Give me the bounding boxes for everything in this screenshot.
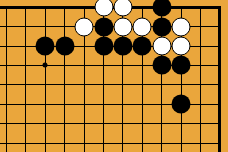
intersection-r5c4[interactable] xyxy=(55,75,74,94)
intersection-r4c6[interactable] xyxy=(94,56,113,75)
intersection-r7c9[interactable] xyxy=(152,114,171,133)
intersection-r1c10[interactable] xyxy=(171,0,190,17)
intersection-r5c5[interactable] xyxy=(74,75,93,94)
go-board-diagram: ○○●○●○○●○●●●●●○○●●● xyxy=(0,0,228,152)
intersection-r7c2[interactable] xyxy=(16,114,35,133)
intersection-r2c12[interactable] xyxy=(210,17,228,36)
intersection-r3c12[interactable] xyxy=(210,36,228,55)
intersection-r2c7[interactable]: ○ xyxy=(113,17,132,36)
intersection-r6c9[interactable] xyxy=(152,95,171,114)
intersection-r8c12[interactable] xyxy=(210,133,228,152)
white-stone: ○ xyxy=(113,0,132,17)
white-stone: ○ xyxy=(152,37,171,56)
intersection-r2c1[interactable] xyxy=(0,17,16,36)
intersection-r2c3[interactable] xyxy=(36,17,55,36)
white-stone: ○ xyxy=(75,17,94,36)
intersection-r5c8[interactable] xyxy=(133,75,152,94)
intersection-r1c4[interactable] xyxy=(55,0,74,17)
intersection-r1c2[interactable] xyxy=(16,0,35,17)
intersection-r1c7[interactable]: ○ xyxy=(113,0,132,17)
intersection-r5c12[interactable] xyxy=(210,75,228,94)
intersection-r8c11[interactable] xyxy=(191,133,210,152)
intersection-r4c1[interactable] xyxy=(0,56,16,75)
intersection-r4c8[interactable] xyxy=(133,56,152,75)
white-stone: ○ xyxy=(94,0,113,17)
intersection-r4c12[interactable] xyxy=(210,56,228,75)
intersection-r7c1[interactable] xyxy=(0,114,16,133)
intersection-r7c11[interactable] xyxy=(191,114,210,133)
intersection-r7c3[interactable] xyxy=(36,114,55,133)
intersection-r7c10[interactable] xyxy=(171,114,190,133)
white-stone: ○ xyxy=(133,17,152,36)
black-stone: ● xyxy=(94,37,113,56)
intersection-r2c9[interactable]: ● xyxy=(152,17,171,36)
intersection-r6c1[interactable] xyxy=(0,95,16,114)
intersection-r1c12[interactable] xyxy=(210,0,228,17)
intersection-r3c7[interactable]: ● xyxy=(113,36,132,55)
intersection-r8c3[interactable] xyxy=(36,133,55,152)
intersection-r3c9[interactable]: ○ xyxy=(152,36,171,55)
intersection-r5c7[interactable] xyxy=(113,75,132,94)
intersection-r3c1[interactable] xyxy=(0,36,16,55)
go-board: ○○●○●○○●○●●●●●○○●●● xyxy=(0,0,228,152)
black-stone: ● xyxy=(55,37,74,56)
intersection-r4c2[interactable] xyxy=(16,56,35,75)
intersection-r3c2[interactable] xyxy=(16,36,35,55)
intersection-r5c6[interactable] xyxy=(94,75,113,94)
black-stone: ● xyxy=(172,56,191,75)
intersection-r4c4[interactable] xyxy=(55,56,74,75)
intersection-r4c11[interactable] xyxy=(191,56,210,75)
white-stone: ○ xyxy=(172,37,191,56)
intersection-r4c9[interactable]: ● xyxy=(152,56,171,75)
intersection-r6c2[interactable] xyxy=(16,95,35,114)
intersection-r7c6[interactable] xyxy=(94,114,113,133)
intersection-r2c6[interactable]: ● xyxy=(94,17,113,36)
intersection-r1c8[interactable] xyxy=(133,0,152,17)
black-stone: ● xyxy=(172,95,191,114)
intersection-r3c8[interactable]: ● xyxy=(133,36,152,55)
intersection-r1c5[interactable] xyxy=(74,0,93,17)
intersection-r7c7[interactable] xyxy=(113,114,132,133)
intersection-r2c4[interactable] xyxy=(55,17,74,36)
intersection-r5c2[interactable] xyxy=(16,75,35,94)
black-stone: ● xyxy=(152,17,171,36)
intersection-r8c8[interactable] xyxy=(133,133,152,152)
intersection-r5c11[interactable] xyxy=(191,75,210,94)
intersection-r8c10[interactable] xyxy=(171,133,190,152)
intersection-r5c9[interactable] xyxy=(152,75,171,94)
intersection-r2c8[interactable]: ○ xyxy=(133,17,152,36)
intersection-r4c3[interactable] xyxy=(36,56,55,75)
intersection-r1c3[interactable] xyxy=(36,0,55,17)
intersection-r1c11[interactable] xyxy=(191,0,210,17)
intersection-r6c3[interactable] xyxy=(36,95,55,114)
intersection-r4c7[interactable] xyxy=(113,56,132,75)
intersection-r7c4[interactable] xyxy=(55,114,74,133)
black-stone: ● xyxy=(36,37,55,56)
intersection-r6c6[interactable] xyxy=(94,95,113,114)
intersection-r6c7[interactable] xyxy=(113,95,132,114)
intersection-r6c12[interactable] xyxy=(210,95,228,114)
intersection-r3c6[interactable]: ● xyxy=(94,36,113,55)
black-stone: ● xyxy=(94,17,113,36)
intersection-r5c3[interactable] xyxy=(36,75,55,94)
intersection-r6c11[interactable] xyxy=(191,95,210,114)
intersection-r6c10[interactable]: ● xyxy=(171,95,190,114)
intersection-r3c5[interactable] xyxy=(74,36,93,55)
intersection-r7c12[interactable] xyxy=(210,114,228,133)
intersection-r6c5[interactable] xyxy=(74,95,93,114)
intersection-r8c2[interactable] xyxy=(16,133,35,152)
black-stone: ● xyxy=(152,0,171,17)
intersection-r4c5[interactable] xyxy=(74,56,93,75)
intersection-r2c2[interactable] xyxy=(16,17,35,36)
intersection-r2c11[interactable] xyxy=(191,17,210,36)
intersection-r2c10[interactable]: ○ xyxy=(171,17,190,36)
intersection-r8c5[interactable] xyxy=(74,133,93,152)
intersection-r8c7[interactable] xyxy=(113,133,132,152)
intersection-r3c4[interactable]: ● xyxy=(55,36,74,55)
intersection-r3c10[interactable]: ○ xyxy=(171,36,190,55)
intersection-r8c1[interactable] xyxy=(0,133,16,152)
black-stone: ● xyxy=(152,56,171,75)
intersection-r5c1[interactable] xyxy=(0,75,16,94)
intersection-r7c5[interactable] xyxy=(74,114,93,133)
intersection-r7c8[interactable] xyxy=(133,114,152,133)
intersection-r8c4[interactable] xyxy=(55,133,74,152)
intersection-r1c6[interactable]: ○ xyxy=(94,0,113,17)
intersection-r4c10[interactable]: ● xyxy=(171,56,190,75)
intersection-r8c6[interactable] xyxy=(94,133,113,152)
black-stone: ● xyxy=(133,37,152,56)
intersection-r6c8[interactable] xyxy=(133,95,152,114)
intersection-r6c4[interactable] xyxy=(55,95,74,114)
white-stone: ○ xyxy=(113,17,132,36)
intersection-r1c1[interactable] xyxy=(0,0,16,17)
black-stone: ● xyxy=(113,37,132,56)
intersection-r2c5[interactable]: ○ xyxy=(74,17,93,36)
intersection-r1c9[interactable]: ● xyxy=(152,0,171,17)
intersection-r5c10[interactable] xyxy=(171,75,190,94)
star-point xyxy=(43,63,48,68)
white-stone: ○ xyxy=(172,17,191,36)
intersection-r3c11[interactable] xyxy=(191,36,210,55)
intersection-r3c3[interactable]: ● xyxy=(36,36,55,55)
intersection-r8c9[interactable] xyxy=(152,133,171,152)
